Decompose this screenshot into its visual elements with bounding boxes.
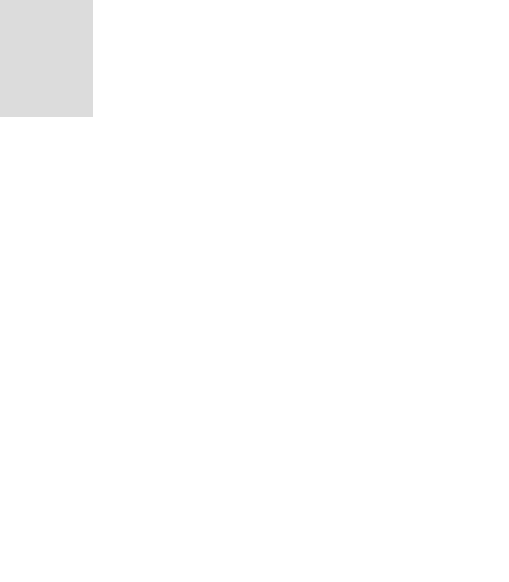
puzzle-grid: [93, 117, 489, 582]
column-clues: [93, 0, 489, 117]
row-clues: [0, 117, 93, 582]
site-sidebar: [489, 0, 509, 582]
watermark-corner: [0, 0, 93, 117]
nonogram-page: [0, 0, 509, 582]
